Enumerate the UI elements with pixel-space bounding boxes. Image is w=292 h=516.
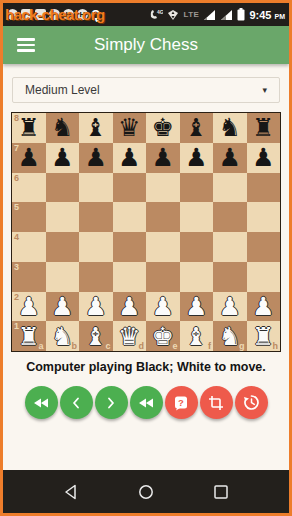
square-g1[interactable]: g♞ [213,321,247,351]
file-label: d [139,341,145,351]
file-label: a [38,341,43,351]
square-g2[interactable]: ♟ [213,292,247,322]
square-a4[interactable]: 4 [12,232,46,262]
square-a6[interactable]: 6 [12,173,46,203]
square-d1[interactable]: d♛ [113,321,147,351]
square-e6[interactable] [146,173,180,203]
square-c5[interactable] [79,202,113,232]
square-h4[interactable] [247,232,281,262]
square-e1[interactable]: e♚ [146,321,180,351]
chess-board: 8♜♞♝♛♚♝♞♜7♟♟♟♟♟♟♟♟65432♟♟♟♟♟♟♟♟1a♜b♞c♝d♛… [11,112,281,352]
square-f5[interactable] [180,202,214,232]
status-indicators: 4G LTE 9:45 PM [149,8,285,21]
phone-screen: H H Q 4G LTE [0,0,292,516]
step-back-button[interactable] [60,386,93,419]
white-pawn: ♟ [219,294,241,319]
android-nav-bar [3,470,289,513]
square-f6[interactable] [180,173,214,203]
square-c3[interactable] [79,262,113,292]
chevron-right-icon [106,397,116,409]
square-h5[interactable] [247,202,281,232]
battery-icon [237,8,245,21]
black-knight: ♞ [219,115,241,140]
square-e4[interactable] [146,232,180,262]
square-a8[interactable]: 8♜ [12,113,46,143]
square-e2[interactable]: ♟ [146,292,180,322]
black-pawn: ♟ [185,145,207,170]
black-bishop: ♝ [185,115,207,140]
black-queen: ♛ [118,115,140,140]
rank-label: 6 [14,173,19,183]
fast-rewind-icon [33,397,49,409]
square-c2[interactable]: ♟ [79,292,113,322]
status-bar: H H Q 4G LTE [3,3,289,26]
rank-label: 2 [14,292,19,302]
black-pawn: ♟ [18,145,40,170]
white-bishop: ♝ [85,324,107,349]
svg-text:?: ? [178,397,184,408]
square-g7[interactable]: ♟ [213,143,247,173]
crop-button[interactable] [200,386,233,419]
rank-label: 8 [14,113,19,123]
square-b4[interactable] [46,232,80,262]
square-b7[interactable]: ♟ [46,143,80,173]
square-a5[interactable]: 5 [12,202,46,232]
file-label: h [273,341,279,351]
square-d7[interactable]: ♟ [113,143,147,173]
square-e5[interactable] [146,202,180,232]
black-pawn: ♟ [219,145,241,170]
square-h7[interactable]: ♟ [247,143,281,173]
square-a7[interactable]: 7♟ [12,143,46,173]
square-a3[interactable]: 3 [12,262,46,292]
square-d4[interactable] [113,232,147,262]
black-bishop: ♝ [85,115,107,140]
square-c6[interactable] [79,173,113,203]
level-dropdown-value: Medium Level [25,83,100,97]
signal-triangle-icon [203,9,216,21]
square-g5[interactable] [213,202,247,232]
help-bubble-icon: ? [173,395,189,411]
white-pawn: ♟ [51,294,73,319]
square-b5[interactable] [46,202,80,232]
fast-rewind-button[interactable] [25,386,58,419]
black-pawn: ♟ [118,145,140,170]
black-pawn: ♟ [152,145,174,170]
black-pawn: ♟ [85,145,107,170]
square-h2[interactable]: ♟ [247,292,281,322]
black-knight: ♞ [51,115,73,140]
home-icon[interactable] [126,484,166,500]
square-c7[interactable]: ♟ [79,143,113,173]
file-label: c [105,341,110,351]
square-e3[interactable] [146,262,180,292]
white-rook: ♜ [18,324,40,349]
game-status-text: Computer playing Black; White to move. [3,360,289,374]
square-f1[interactable]: f♝ [180,321,214,351]
file-label: f [208,341,211,351]
white-rook: ♜ [252,324,274,349]
rank-label: 4 [14,232,19,242]
rank-label: 3 [14,262,19,272]
square-h6[interactable] [247,173,281,203]
white-pawn: ♟ [152,294,174,319]
square-a2[interactable]: 2♟ [12,292,46,322]
white-pawn: ♟ [118,294,140,319]
square-d6[interactable] [113,173,147,203]
level-dropdown[interactable]: Medium Level ▾ [12,77,280,103]
square-h1[interactable]: h♜ [247,321,281,351]
white-pawn: ♟ [18,294,40,319]
white-pawn: ♟ [252,294,274,319]
chess-board-container: 8♜♞♝♛♚♝♞♜7♟♟♟♟♟♟♟♟65432♟♟♟♟♟♟♟♟1a♜b♞c♝d♛… [11,112,281,352]
square-d2[interactable]: ♟ [113,292,147,322]
white-pawn: ♟ [85,294,107,319]
square-g4[interactable] [213,232,247,262]
fast-forward-icon [138,397,154,409]
hint-button[interactable]: ? [165,386,198,419]
white-knight: ♞ [219,324,241,349]
square-a1[interactable]: 1a♜ [12,321,46,351]
white-king: ♚ [152,324,174,349]
rank-label: 1 [14,321,19,331]
black-king: ♚ [152,115,174,140]
square-h8[interactable]: ♜ [247,113,281,143]
black-pawn: ♟ [252,145,274,170]
recents-icon[interactable] [201,484,241,500]
file-label: b [72,341,78,351]
square-f3[interactable] [180,262,214,292]
lte-label: LTE [183,10,199,19]
square-c8[interactable]: ♝ [79,113,113,143]
chevron-down-icon: ▾ [262,85,267,95]
square-b3[interactable] [46,262,80,292]
square-e8[interactable]: ♚ [146,113,180,143]
square-d8[interactable]: ♛ [113,113,147,143]
square-c1[interactable]: c♝ [79,321,113,351]
square-c4[interactable] [79,232,113,262]
white-bishop: ♝ [185,324,207,349]
square-f8[interactable]: ♝ [180,113,214,143]
square-b6[interactable] [46,173,80,203]
square-d5[interactable] [113,202,147,232]
square-e7[interactable]: ♟ [146,143,180,173]
square-g8[interactable]: ♞ [213,113,247,143]
square-b1[interactable]: b♞ [46,321,80,351]
white-knight: ♞ [51,324,73,349]
square-h3[interactable] [247,262,281,292]
app-title: Simply Chess [35,35,257,55]
history-button[interactable] [235,386,268,419]
content-spacer [3,419,289,470]
black-pawn: ♟ [51,145,73,170]
crop-icon [208,395,224,411]
white-queen: ♛ [118,324,140,349]
step-forward-button[interactable] [95,386,128,419]
svg-text:4G: 4G [157,9,163,15]
phone-4g-icon: 4G [149,9,163,21]
rank-label: 5 [14,202,19,212]
black-rook: ♜ [252,115,274,140]
square-f2[interactable]: ♟ [180,292,214,322]
square-f7[interactable]: ♟ [180,143,214,173]
control-button-row: ? [3,386,289,419]
clock-time: 9:45 PM [249,9,285,21]
history-icon [243,394,260,411]
fast-forward-button[interactable] [130,386,163,419]
file-label: g [239,341,245,351]
square-b2[interactable]: ♟ [46,292,80,322]
square-g6[interactable] [213,173,247,203]
square-f4[interactable] [180,232,214,262]
watermark-text: hack-cheat.org [5,6,105,23]
data-transfer-icon [167,9,179,21]
rank-label: 7 [14,143,19,153]
black-rook: ♜ [18,115,40,140]
square-b8[interactable]: ♞ [46,113,80,143]
chevron-left-icon [71,397,81,409]
square-g3[interactable] [213,262,247,292]
app-bar: Simply Chess [3,26,289,64]
hamburger-icon[interactable] [17,38,35,52]
file-label: e [172,341,177,351]
white-pawn: ♟ [185,294,207,319]
signal-triangle-icon [220,9,233,21]
square-d3[interactable] [113,262,147,292]
back-icon[interactable] [51,484,91,500]
